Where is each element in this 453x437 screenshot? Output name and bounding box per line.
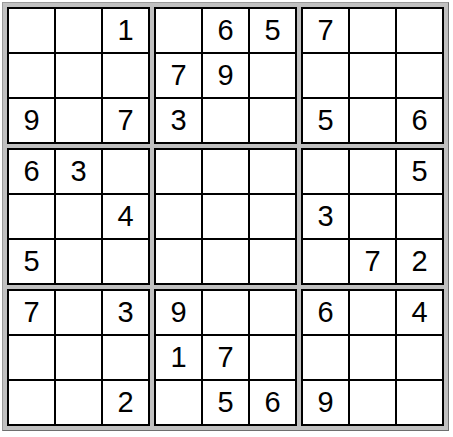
cell-r1c4[interactable]: [156, 9, 201, 52]
cell-r7c4[interactable]: 9: [156, 291, 201, 334]
box-r2c3: 5372: [301, 148, 444, 285]
cell-r9c8[interactable]: [350, 381, 395, 424]
cell-r6c1[interactable]: 5: [9, 240, 54, 283]
sudoku-board: 197657937566345537273291756649: [2, 2, 449, 431]
cell-r4c3[interactable]: [103, 150, 148, 193]
cell-r8c8[interactable]: [350, 336, 395, 379]
cell-r7c8[interactable]: [350, 291, 395, 334]
cell-r6c2[interactable]: [56, 240, 101, 283]
box-r2c2: [154, 148, 297, 285]
cell-r3c5[interactable]: [203, 99, 248, 142]
cell-r6c5[interactable]: [203, 240, 248, 283]
cell-r5c5[interactable]: [203, 195, 248, 238]
cell-r1c6[interactable]: 5: [250, 9, 295, 52]
cell-r1c8[interactable]: [350, 9, 395, 52]
cell-r7c2[interactable]: [56, 291, 101, 334]
box-r3c3: 649: [301, 289, 444, 426]
cell-r8c1[interactable]: [9, 336, 54, 379]
cell-r9c6[interactable]: 6: [250, 381, 295, 424]
cell-r5c4[interactable]: [156, 195, 201, 238]
cell-r8c7[interactable]: [303, 336, 348, 379]
cell-r9c5[interactable]: 5: [203, 381, 248, 424]
cell-r1c9[interactable]: [397, 9, 442, 52]
cell-r8c4[interactable]: 1: [156, 336, 201, 379]
cell-r9c2[interactable]: [56, 381, 101, 424]
cell-r4c8[interactable]: [350, 150, 395, 193]
cell-r4c1[interactable]: 6: [9, 150, 54, 193]
cell-r5c1[interactable]: [9, 195, 54, 238]
cell-r7c7[interactable]: 6: [303, 291, 348, 334]
cell-r7c3[interactable]: 3: [103, 291, 148, 334]
cell-r2c6[interactable]: [250, 54, 295, 97]
cell-r4c7[interactable]: [303, 150, 348, 193]
cell-r2c1[interactable]: [9, 54, 54, 97]
cell-r2c4[interactable]: 7: [156, 54, 201, 97]
box-r3c1: 732: [7, 289, 150, 426]
cell-r9c7[interactable]: 9: [303, 381, 348, 424]
box-r1c3: 756: [301, 7, 444, 144]
cell-r4c9[interactable]: 5: [397, 150, 442, 193]
cell-r4c6[interactable]: [250, 150, 295, 193]
cell-r5c9[interactable]: [397, 195, 442, 238]
cell-r3c4[interactable]: 3: [156, 99, 201, 142]
box-r3c2: 91756: [154, 289, 297, 426]
cell-r6c7[interactable]: [303, 240, 348, 283]
cell-r6c6[interactable]: [250, 240, 295, 283]
cell-r2c9[interactable]: [397, 54, 442, 97]
cell-r5c3[interactable]: 4: [103, 195, 148, 238]
cell-r5c7[interactable]: 3: [303, 195, 348, 238]
cell-r7c6[interactable]: [250, 291, 295, 334]
cell-r6c3[interactable]: [103, 240, 148, 283]
cell-r3c2[interactable]: [56, 99, 101, 142]
cell-r1c5[interactable]: 6: [203, 9, 248, 52]
page: 197657937566345537273291756649: [0, 0, 453, 437]
cell-r9c4[interactable]: [156, 381, 201, 424]
cell-r9c9[interactable]: [397, 381, 442, 424]
cell-r3c9[interactable]: 6: [397, 99, 442, 142]
cell-r2c5[interactable]: 9: [203, 54, 248, 97]
cell-r9c3[interactable]: 2: [103, 381, 148, 424]
cell-r3c6[interactable]: [250, 99, 295, 142]
cell-r8c3[interactable]: [103, 336, 148, 379]
cell-r8c9[interactable]: [397, 336, 442, 379]
cell-r8c2[interactable]: [56, 336, 101, 379]
cell-r4c2[interactable]: 3: [56, 150, 101, 193]
cell-r6c8[interactable]: 7: [350, 240, 395, 283]
cell-r1c1[interactable]: [9, 9, 54, 52]
box-r2c1: 6345: [7, 148, 150, 285]
box-r1c2: 65793: [154, 7, 297, 144]
cell-r2c3[interactable]: [103, 54, 148, 97]
box-r1c1: 197: [7, 7, 150, 144]
cell-r5c8[interactable]: [350, 195, 395, 238]
cell-r1c7[interactable]: 7: [303, 9, 348, 52]
cell-r3c7[interactable]: 5: [303, 99, 348, 142]
cell-r4c4[interactable]: [156, 150, 201, 193]
cell-r5c6[interactable]: [250, 195, 295, 238]
cell-r2c8[interactable]: [350, 54, 395, 97]
cell-r1c3[interactable]: 1: [103, 9, 148, 52]
cell-r9c1[interactable]: [9, 381, 54, 424]
cell-r6c4[interactable]: [156, 240, 201, 283]
cell-r6c9[interactable]: 2: [397, 240, 442, 283]
cell-r4c5[interactable]: [203, 150, 248, 193]
cell-r8c6[interactable]: [250, 336, 295, 379]
cell-r8c5[interactable]: 7: [203, 336, 248, 379]
cell-r7c5[interactable]: [203, 291, 248, 334]
cell-r7c9[interactable]: 4: [397, 291, 442, 334]
cell-r3c3[interactable]: 7: [103, 99, 148, 142]
cell-r3c1[interactable]: 9: [9, 99, 54, 142]
cell-r1c2[interactable]: [56, 9, 101, 52]
cell-r2c7[interactable]: [303, 54, 348, 97]
cell-r5c2[interactable]: [56, 195, 101, 238]
cell-r7c1[interactable]: 7: [9, 291, 54, 334]
cell-r2c2[interactable]: [56, 54, 101, 97]
cell-r3c8[interactable]: [350, 99, 395, 142]
